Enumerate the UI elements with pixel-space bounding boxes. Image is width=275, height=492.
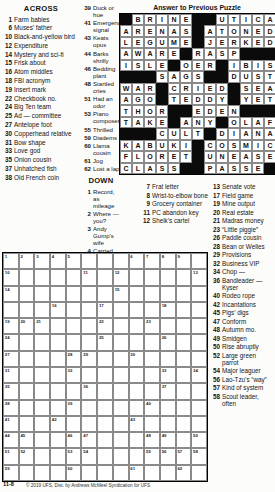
puzzle-entry-cell[interactable]: 31 [3, 367, 19, 383]
puzzle-entry-cell[interactable] [160, 286, 176, 302]
puzzle-entry-cell[interactable] [144, 334, 160, 350]
puzzle-entry-cell[interactable] [97, 416, 113, 432]
puzzle-entry-cell[interactable] [19, 367, 35, 383]
cell-number: 2 [20, 254, 22, 259]
clue-text: Thrilled [93, 126, 120, 133]
puzzle-entry-cell[interactable] [129, 400, 145, 416]
puzzle-entry-cell[interactable]: 46 [66, 432, 82, 448]
clue-number: 15 [2, 59, 14, 66]
puzzle-entry-cell[interactable]: 39 [66, 400, 82, 416]
puzzle-entry-cell[interactable] [19, 269, 35, 285]
answer-letter-cell: M [240, 140, 252, 151]
puzzle-entry-cell[interactable] [66, 416, 82, 432]
puzzle-entry-cell[interactable]: 20 [19, 318, 35, 334]
cell-number: 20 [20, 319, 25, 324]
answer-letter-cell: B [240, 60, 252, 71]
across-clue: 24Big Ten team [2, 103, 80, 110]
down-clue: 52Large green parrot [210, 352, 274, 366]
puzzle-entry-cell[interactable]: 36 [81, 383, 97, 399]
puzzle-black-cell [160, 318, 176, 334]
answer-letter-cell: A [180, 117, 192, 128]
clue-number: 13 [210, 183, 222, 190]
puzzle-entry-cell[interactable] [34, 432, 50, 448]
puzzle-entry-cell[interactable] [176, 367, 192, 383]
puzzle-entry-cell[interactable]: 49 [160, 432, 176, 448]
puzzle-entry-cell[interactable]: 17 [97, 302, 113, 318]
puzzle-entry-cell[interactable]: 19 [3, 318, 19, 334]
puzzle-entry-cell[interactable] [19, 286, 35, 302]
puzzle-entry-cell[interactable] [129, 367, 145, 383]
puzzle-entry-cell[interactable] [19, 416, 35, 432]
answer-letter-cell: E [192, 105, 204, 116]
crossword-page: ACROSS 1Farm babies6Muses’ father10Black… [0, 0, 275, 492]
answer-letter-cell: S [156, 71, 168, 82]
puzzle-entry-cell[interactable] [19, 383, 35, 399]
answer-black-cell [204, 14, 216, 25]
puzzle-entry-cell[interactable]: 52 [19, 448, 35, 464]
puzzle-entry-cell[interactable]: 15 [113, 286, 129, 302]
puzzle-entry-cell[interactable] [160, 351, 176, 367]
puzzle-entry-cell[interactable]: 38 [3, 400, 19, 416]
puzzle-entry-cell[interactable] [19, 334, 35, 350]
puzzle-entry-cell[interactable] [144, 351, 160, 367]
puzzle-entry-cell[interactable]: 16 [50, 302, 66, 318]
puzzle-entry-cell[interactable] [113, 383, 129, 399]
puzzle-entry-cell[interactable]: 24 [3, 334, 19, 350]
answer-letter-cell: E [180, 14, 192, 25]
puzzle-entry-cell[interactable] [113, 432, 129, 448]
answer-letter-cell: D [192, 94, 204, 105]
puzzle-entry-cell[interactable] [50, 318, 66, 334]
answer-letter-cell: E [216, 105, 228, 116]
puzzle-entry-cell[interactable] [191, 286, 207, 302]
puzzle-entry-cell[interactable] [81, 367, 97, 383]
clue-number: 46 [82, 65, 93, 79]
answer-letter-cell: S [192, 71, 204, 82]
clue-text: Bow shape [14, 139, 80, 146]
down-clue: 26Paddle cousin [210, 234, 274, 241]
clue-number: 37 [2, 165, 14, 172]
puzzle-entry-cell[interactable]: 33 [160, 367, 176, 383]
puzzle-entry-cell[interactable]: 21 [34, 318, 50, 334]
puzzle-entry-cell[interactable]: 23 [144, 318, 160, 334]
cell-number: 5 [68, 254, 70, 259]
answer-letter-cell: O [228, 25, 240, 36]
puzzle-entry-cell[interactable]: 59 [3, 465, 19, 481]
answer-letter-cell: I [252, 60, 264, 71]
puzzle-entry-cell[interactable]: 27 [3, 351, 19, 367]
answer-letter-cell: A [132, 117, 144, 128]
puzzle-entry-cell[interactable]: 45 [19, 432, 35, 448]
clue-text: Madras money [222, 217, 274, 224]
answer-black-cell [156, 94, 168, 105]
cell-number: 13 [193, 270, 198, 275]
cell-number: 10 [5, 270, 10, 275]
answer-letter-cell: E [132, 37, 144, 48]
puzzle-entry-cell[interactable]: 14 [3, 286, 19, 302]
cell-number: 36 [83, 384, 88, 389]
puzzle-entry-cell[interactable] [34, 416, 50, 432]
puzzle-entry-cell[interactable] [81, 286, 97, 302]
puzzle-entry-cell[interactable] [113, 334, 129, 350]
puzzle-entry-cell[interactable] [129, 269, 145, 285]
puzzle-entry-cell[interactable] [129, 334, 145, 350]
puzzle-entry-cell[interactable]: 50 [191, 432, 207, 448]
puzzle-entry-cell[interactable]: 60 [66, 465, 82, 481]
puzzle-entry-cell[interactable]: 54 [81, 448, 97, 464]
puzzle-entry-cell[interactable]: 18 [160, 302, 176, 318]
puzzle-entry-cell[interactable] [176, 432, 192, 448]
puzzle-entry-cell[interactable] [191, 383, 207, 399]
puzzle-entry-cell[interactable] [176, 416, 192, 432]
clue-number: 8 [140, 192, 152, 199]
puzzle-entry-cell[interactable] [113, 400, 129, 416]
puzzle-entry-cell[interactable] [129, 286, 145, 302]
puzzle-black-cell [50, 465, 66, 481]
puzzle-entry-cell[interactable]: 55 [144, 448, 160, 464]
clue-text: Where — you? [93, 210, 120, 224]
clue-number: 18 [2, 77, 14, 84]
answer-letter-cell: W [120, 83, 132, 94]
clue-number: 12 [140, 217, 152, 224]
puzzle-entry-cell[interactable] [144, 286, 160, 302]
puzzle-black-cell [81, 334, 97, 350]
puzzle-entry-cell[interactable] [176, 286, 192, 302]
puzzle-entry-cell[interactable] [97, 367, 113, 383]
clue-text: Big Ten team [14, 103, 80, 110]
puzzle-entry-cell[interactable] [97, 400, 113, 416]
answer-letter-cell: A [264, 128, 275, 139]
puzzle-entry-cell[interactable] [34, 465, 50, 481]
puzzle-entry-cell[interactable] [34, 351, 50, 367]
answer-black-cell [240, 105, 252, 116]
puzzle-entry-cell[interactable] [81, 416, 97, 432]
clue-number: 48 [82, 80, 93, 94]
puzzle-entry-cell[interactable] [34, 400, 50, 416]
puzzle-entry-cell[interactable] [50, 334, 66, 350]
cell-number: 26 [162, 335, 167, 340]
puzzle-entry-cell[interactable] [160, 416, 176, 432]
puzzle-entry-cell[interactable]: 58 [191, 448, 207, 464]
answer-letter-cell: L [120, 37, 132, 48]
answer-letter-cell: L [180, 128, 192, 139]
cell-number: 4 [52, 254, 54, 259]
answer-letter-cell: R [144, 14, 156, 25]
puzzle-black-cell [81, 253, 97, 269]
puzzle-entry-cell[interactable] [97, 383, 113, 399]
puzzle-entry-cell[interactable] [97, 351, 113, 367]
clue-number: 32 [210, 260, 222, 267]
cell-number: 57 [177, 449, 182, 454]
clue-text: Wrist-to-elbow bone [152, 192, 208, 199]
answer-letter-cell: A [144, 163, 156, 174]
answer-letter-cell: H [132, 105, 144, 116]
cell-number: 11 [83, 270, 88, 275]
puzzle-entry-cell[interactable] [191, 416, 207, 432]
cell-number: 47 [83, 433, 88, 438]
puzzle-grid[interactable]: 1234567891011121314151617181920212223242… [2, 252, 208, 482]
clue-number: 20 [210, 209, 222, 216]
down-clues-right-column: 13Senate vote17Field game19Mine output20… [210, 183, 274, 409]
puzzle-black-cell [129, 432, 145, 448]
puzzle-entry-cell[interactable]: 28 [66, 351, 82, 367]
clue-number: 9 [140, 200, 152, 207]
cell-number: 39 [68, 401, 73, 406]
across-clue: 19Insert mark [2, 86, 80, 93]
puzzle-entry-cell[interactable] [129, 383, 145, 399]
down-clue: 58Scout leader, often [210, 393, 274, 407]
puzzle-entry-cell[interactable] [66, 269, 82, 285]
puzzle-entry-cell[interactable]: 37 [160, 383, 176, 399]
clue-text: Had an odor [93, 95, 120, 109]
across-clue: 39Duck or hue [82, 4, 120, 18]
cell-number: 16 [52, 303, 57, 308]
clue-number: 51 [82, 95, 93, 109]
clue-text: Andy Gump’s wife [93, 225, 120, 246]
puzzle-entry-cell[interactable]: 53 [66, 448, 82, 464]
puzzle-entry-cell[interactable] [66, 318, 82, 334]
clue-number: 25 [2, 112, 14, 119]
puzzle-entry-cell[interactable] [97, 448, 113, 464]
cell-number: 41 [5, 417, 10, 422]
puzzle-entry-cell[interactable] [66, 286, 82, 302]
clue-text: Sheik’s cartel [152, 217, 208, 224]
answer-letter-cell: R [156, 151, 168, 162]
answer-letter-cell: U [168, 128, 180, 139]
cell-number: 30 [130, 352, 135, 357]
cell-number: 52 [20, 449, 25, 454]
puzzle-entry-cell[interactable]: 1 [3, 253, 19, 269]
down-clue: 48Autumn mo. [210, 326, 274, 333]
puzzle-entry-cell[interactable]: 22 [97, 318, 113, 334]
puzzle-entry-cell[interactable] [50, 351, 66, 367]
cell-number: 50 [193, 433, 198, 438]
puzzle-entry-cell[interactable] [144, 416, 160, 432]
puzzle-entry-cell[interactable] [19, 400, 35, 416]
answer-letter-cell: K [240, 37, 252, 48]
clue-text: FBI acronym [14, 77, 80, 84]
across-clue: 51Had an odor [82, 95, 120, 109]
puzzle-black-cell [176, 334, 192, 350]
puzzle-entry-cell[interactable]: 10 [3, 269, 19, 285]
puzzle-entry-cell[interactable] [50, 286, 66, 302]
puzzle-entry-cell[interactable] [19, 465, 35, 481]
puzzle-entry-cell[interactable] [113, 302, 129, 318]
answer-letter-cell: R [192, 48, 204, 59]
puzzle-entry-cell[interactable]: 34 [191, 367, 207, 383]
answer-letter-cell: O [144, 151, 156, 162]
answer-black-cell [264, 105, 275, 116]
answer-black-cell [252, 105, 264, 116]
answer-black-cell [264, 48, 275, 59]
puzzle-entry-cell[interactable] [34, 286, 50, 302]
puzzle-entry-cell[interactable] [191, 465, 207, 481]
answer-letter-cell: N [216, 151, 228, 162]
puzzle-entry-cell[interactable]: 61 [129, 465, 145, 481]
answer-letter-cell: R [156, 105, 168, 116]
puzzle-entry-cell[interactable] [34, 269, 50, 285]
puzzle-entry-cell[interactable] [81, 302, 97, 318]
puzzle-entry-cell[interactable] [34, 448, 50, 464]
puzzle-entry-cell[interactable]: 3 [34, 253, 50, 269]
down-clue: 28Bean or Welles [210, 243, 274, 250]
answer-letter-cell: K [168, 140, 180, 151]
clue-number: 50 [210, 343, 222, 350]
cell-number: 62 [177, 466, 182, 471]
puzzle-entry-cell[interactable] [113, 448, 129, 464]
puzzle-black-cell [113, 351, 129, 367]
puzzle-entry-cell[interactable] [34, 383, 50, 399]
cell-number: 28 [68, 352, 73, 357]
puzzle-black-cell [144, 302, 160, 318]
puzzle-black-cell [176, 351, 192, 367]
across-clue: 31Bow shape [2, 139, 80, 146]
puzzle-entry-cell[interactable] [113, 318, 129, 334]
puzzle-entry-cell[interactable]: 9 [176, 253, 192, 269]
answer-letter-cell: A [240, 151, 252, 162]
answer-letter-cell: D [204, 105, 216, 116]
puzzle-entry-cell[interactable]: 25 [97, 334, 113, 350]
answer-letter-cell: S [228, 163, 240, 174]
puzzle-entry-cell[interactable] [66, 302, 82, 318]
puzzle-entry-cell[interactable]: 13 [191, 269, 207, 285]
clue-text: Business VIP [222, 260, 274, 267]
puzzle-entry-cell[interactable]: 41 [3, 416, 19, 432]
puzzle-entry-cell[interactable]: 40 [144, 400, 160, 416]
puzzle-entry-cell[interactable] [81, 400, 97, 416]
puzzle-entry-cell[interactable] [34, 367, 50, 383]
puzzle-entry-cell[interactable]: 62 [176, 465, 192, 481]
puzzle-entry-cell[interactable]: 32 [66, 367, 82, 383]
clue-number: 27 [2, 121, 14, 128]
answer-letter-cell: T [168, 94, 180, 105]
puzzle-entry-cell[interactable] [34, 334, 50, 350]
answer-letter-cell: O [144, 94, 156, 105]
cell-number: 46 [68, 433, 73, 438]
puzzle-black-cell [160, 465, 176, 481]
cell-number: 48 [146, 433, 151, 438]
answer-letter-cell: T [264, 71, 275, 82]
puzzle-entry-cell[interactable] [97, 465, 113, 481]
puzzle-entry-cell[interactable]: 57 [176, 448, 192, 464]
down-clue: 45Pigs’ digs [210, 309, 274, 316]
puzzle-entry-cell[interactable]: 30 [129, 351, 145, 367]
answer-letter-cell: S [228, 140, 240, 151]
puzzle-entry-cell[interactable]: 4 [50, 253, 66, 269]
puzzle-entry-cell[interactable]: 35 [3, 383, 19, 399]
clue-text: Provisions [222, 251, 274, 258]
clue-text: Bandleader — Kyser [222, 277, 274, 291]
across-clue: 38Old French coin [2, 174, 80, 181]
clue-text: Paddle cousin [222, 234, 274, 241]
down-clues-subcolumn: 7Frat letter8Wrist-to-elbow bone9Grocery… [140, 183, 208, 226]
puzzle-entry-cell[interactable]: 5 [66, 253, 82, 269]
down-clue: 2Where — you? [82, 210, 120, 224]
puzzle-entry-cell[interactable] [176, 302, 192, 318]
cell-number: 21 [36, 319, 41, 324]
puzzle-entry-cell[interactable]: 51 [3, 448, 19, 464]
puzzle-entry-cell[interactable]: 48 [144, 432, 160, 448]
answer-letter-cell: E [168, 48, 180, 59]
cell-number: 12 [115, 270, 120, 275]
puzzle-entry-cell[interactable] [129, 302, 145, 318]
puzzle-entry-cell[interactable] [144, 269, 160, 285]
puzzle-entry-cell[interactable] [50, 269, 66, 285]
clue-number: 21 [210, 217, 222, 224]
puzzle-entry-cell[interactable] [129, 318, 145, 334]
puzzle-entry-cell[interactable] [176, 269, 192, 285]
clue-text: Large green parrot [222, 352, 274, 366]
puzzle-entry-cell[interactable] [176, 383, 192, 399]
across-clue: 6Muses’ father [2, 24, 80, 31]
puzzle-entry-cell[interactable]: 7 [144, 253, 160, 269]
answer-letter-cell: T [120, 105, 132, 116]
puzzle-entry-cell[interactable] [97, 432, 113, 448]
answer-letter-cell: A [264, 14, 275, 25]
puzzle-entry-cell[interactable]: 12 [113, 269, 129, 285]
answer-letter-cell: P [228, 48, 240, 59]
puzzle-entry-cell[interactable]: 8 [160, 253, 176, 269]
puzzle-entry-cell[interactable] [50, 383, 66, 399]
answer-letter-cell: E [180, 37, 192, 48]
answer-letter-cell: E [144, 25, 156, 36]
puzzle-entry-cell[interactable] [113, 367, 129, 383]
clue-number: 1 [82, 188, 93, 209]
puzzle-entry-cell[interactable]: 11 [81, 269, 97, 285]
answer-letter-cell: L [132, 151, 144, 162]
puzzle-entry-cell[interactable]: 6 [129, 253, 145, 269]
answer-letter-cell: K [144, 117, 156, 128]
across-header: ACROSS [2, 4, 80, 13]
puzzle-entry-cell[interactable]: 2 [19, 253, 35, 269]
puzzle-entry-cell[interactable]: 26 [160, 334, 176, 350]
answer-black-cell [204, 71, 216, 82]
clue-text: Lao-Tzu’s “way” [222, 376, 274, 383]
answer-letter-cell: S [132, 60, 144, 71]
puzzle-entry-cell[interactable] [144, 465, 160, 481]
clue-number: 17 [210, 192, 222, 199]
answer-letter-cell: S [252, 71, 264, 82]
clue-number: 19 [210, 200, 222, 207]
puzzle-entry-cell[interactable] [191, 302, 207, 318]
puzzle-black-cell [34, 302, 50, 318]
answer-letter-cell: E [252, 25, 264, 36]
puzzle-entry-cell[interactable]: 47 [81, 432, 97, 448]
clue-number: 62 [82, 165, 93, 172]
puzzle-entry-cell[interactable]: 44 [3, 432, 19, 448]
puzzle-entry-cell[interactable] [160, 269, 176, 285]
down-clue: 57Kind of system [210, 384, 274, 391]
answer-letter-cell: A [264, 83, 275, 94]
across-clue: 59Diadems [82, 134, 120, 141]
puzzle-entry-cell[interactable] [81, 465, 97, 481]
puzzle-entry-cell[interactable]: 56 [160, 448, 176, 464]
puzzle-black-cell [66, 334, 82, 350]
answer-letter-cell: S [264, 60, 275, 71]
answer-black-cell [156, 83, 168, 94]
clue-text: Bedding plant [93, 65, 120, 79]
across-clue: 48Startled cries [82, 80, 120, 94]
puzzle-entry-cell[interactable]: 42 [50, 416, 66, 432]
answer-black-cell [216, 60, 228, 71]
answer-letter-cell: C [252, 14, 264, 25]
puzzle-entry-cell[interactable] [19, 351, 35, 367]
puzzle-entry-cell[interactable]: 43 [129, 416, 145, 432]
down-clue: 17Field game [210, 192, 274, 199]
puzzle-entry-cell[interactable]: 29 [81, 351, 97, 367]
answer-letter-cell: D [264, 37, 275, 48]
down-clue: 23“Little piggie” [210, 226, 274, 233]
